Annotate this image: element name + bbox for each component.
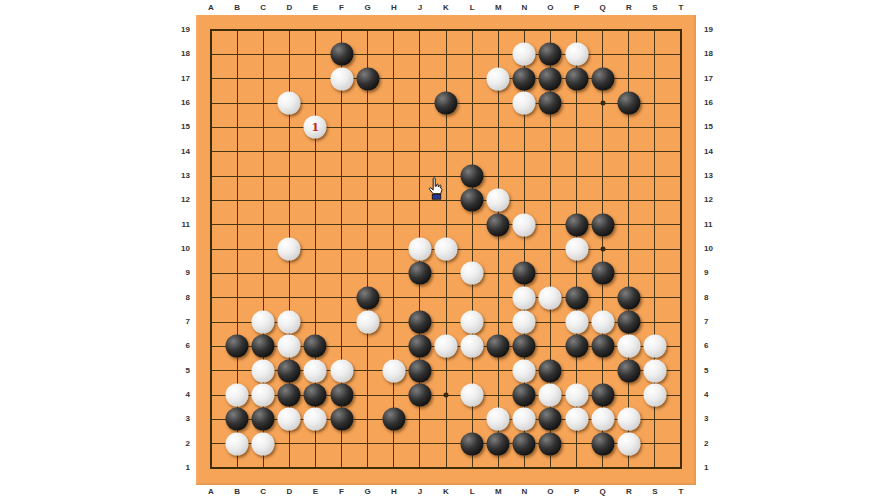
stone-white-L4: [461, 384, 484, 407]
stone-black-Q11: [591, 213, 614, 236]
stone-white-D10: [278, 238, 301, 261]
stone-white-L7: [461, 311, 484, 334]
stone-black-Q2: [591, 432, 614, 455]
stone-black-C3: [252, 408, 275, 431]
stone-white-P10: [565, 238, 588, 261]
star-point: [444, 393, 449, 398]
coordinate-label: 8: [168, 293, 190, 303]
stone-black-O18: [539, 43, 562, 66]
coordinate-label: G: [365, 487, 371, 497]
coordinate-label: F: [339, 3, 344, 13]
stone-white-G7: [356, 311, 379, 334]
coordinate-label: 13: [704, 171, 726, 181]
stone-white-F17: [330, 67, 353, 90]
coordinate-label: G: [365, 3, 371, 13]
coordinate-label: 10: [168, 244, 190, 254]
stone-black-P11: [565, 213, 588, 236]
coordinate-label: 5: [168, 366, 190, 376]
coordinate-label: 17: [704, 74, 726, 84]
stone-white-E3: [304, 408, 327, 431]
stone-white-E5: [304, 359, 327, 382]
coordinate-label: 9: [168, 268, 190, 278]
coordinate-label: N: [521, 3, 527, 13]
coordinate-label: H: [391, 3, 397, 13]
coordinate-label: 2: [168, 439, 190, 449]
coordinate-label: 3: [704, 414, 726, 424]
go-board[interactable]: 1: [196, 15, 696, 485]
coordinate-label: 9: [704, 268, 726, 278]
stone-black-O3: [539, 408, 562, 431]
coordinate-label: T: [679, 487, 684, 497]
coordinate-label: 7: [704, 317, 726, 327]
stone-black-G8: [356, 286, 379, 309]
stone-white-D3: [278, 408, 301, 431]
stone-black-Q6: [591, 335, 614, 358]
stone-black-E4: [304, 384, 327, 407]
stone-black-N9: [513, 262, 536, 285]
coordinate-label: 6: [704, 341, 726, 351]
stone-white-D16: [278, 92, 301, 115]
stone-white-S5: [643, 359, 666, 382]
coordinate-label: 11: [704, 220, 726, 230]
stone-black-R5: [617, 359, 640, 382]
stone-white-L9: [461, 262, 484, 285]
stone-white-D6: [278, 335, 301, 358]
stone-black-K16: [435, 92, 458, 115]
stone-white-O4: [539, 384, 562, 407]
stone-white-O8: [539, 286, 562, 309]
stone-white-L6: [461, 335, 484, 358]
coordinate-label: 2: [704, 439, 726, 449]
coordinate-label: E: [313, 487, 318, 497]
coordinate-label: R: [626, 3, 632, 13]
stone-black-B6: [226, 335, 249, 358]
coordinate-label: 14: [704, 147, 726, 157]
coordinate-label: 1: [704, 463, 726, 473]
stone-white-M12: [487, 189, 510, 212]
stone-black-P6: [565, 335, 588, 358]
coordinate-label: S: [652, 487, 657, 497]
coordinate-label: 1: [168, 463, 190, 473]
stone-white-Q7: [591, 311, 614, 334]
stone-white-K6: [435, 335, 458, 358]
stone-white-P3: [565, 408, 588, 431]
coordinate-label: M: [495, 3, 502, 13]
stone-white-F5: [330, 359, 353, 382]
coordinate-label: R: [626, 487, 632, 497]
app-canvas: 1 ABCDEFGHJKLMNOPQRST ABCDEFGHJKLMNOPQRS…: [0, 0, 891, 500]
coordinate-label: E: [313, 3, 318, 13]
coordinate-label: 7: [168, 317, 190, 327]
stone-black-J9: [408, 262, 431, 285]
stone-white-C2: [252, 432, 275, 455]
coordinate-label: 16: [168, 98, 190, 108]
coordinate-label: K: [443, 3, 449, 13]
stone-black-M2: [487, 432, 510, 455]
stone-black-O16: [539, 92, 562, 115]
coordinate-label: C: [260, 487, 266, 497]
stone-white-N5: [513, 359, 536, 382]
stone-black-B3: [226, 408, 249, 431]
stone-black-O5: [539, 359, 562, 382]
coordinate-label: C: [260, 3, 266, 13]
stone-black-R16: [617, 92, 640, 115]
coordinate-label: N: [521, 487, 527, 497]
stone-black-C6: [252, 335, 275, 358]
coordinate-label: 3: [168, 414, 190, 424]
stone-white-J10: [408, 238, 431, 261]
coordinate-label: K: [443, 487, 449, 497]
stone-white-E15: 1: [304, 116, 327, 139]
coordinate-label: 13: [168, 171, 190, 181]
stone-black-N6: [513, 335, 536, 358]
stone-white-S4: [643, 384, 666, 407]
stone-white-B4: [226, 384, 249, 407]
coordinate-label: L: [470, 3, 475, 13]
stone-black-M6: [487, 335, 510, 358]
stone-white-K10: [435, 238, 458, 261]
stone-black-P17: [565, 67, 588, 90]
stone-black-J6: [408, 335, 431, 358]
stone-black-O17: [539, 67, 562, 90]
coordinate-label: 19: [168, 25, 190, 35]
stone-white-C4: [252, 384, 275, 407]
stone-black-D5: [278, 359, 301, 382]
stone-white-P18: [565, 43, 588, 66]
coordinate-label: F: [339, 487, 344, 497]
coordinate-label: 8: [704, 293, 726, 303]
coordinate-label: P: [574, 3, 579, 13]
stone-black-L12: [461, 189, 484, 212]
coordinate-label: 5: [704, 366, 726, 376]
stone-black-N4: [513, 384, 536, 407]
stone-black-R7: [617, 311, 640, 334]
stone-white-N18: [513, 43, 536, 66]
coordinate-label: 10: [704, 244, 726, 254]
coordinate-label: 18: [704, 49, 726, 59]
stone-white-D7: [278, 311, 301, 334]
coordinate-label: H: [391, 487, 397, 497]
coordinate-label: 14: [168, 147, 190, 157]
stone-black-J7: [408, 311, 431, 334]
coordinate-label: Q: [600, 487, 606, 497]
stone-black-Q17: [591, 67, 614, 90]
stone-white-B2: [226, 432, 249, 455]
stone-black-R8: [617, 286, 640, 309]
coordinate-label: 12: [704, 195, 726, 205]
coordinate-label: B: [234, 487, 240, 497]
coordinate-label: 18: [168, 49, 190, 59]
stone-white-C5: [252, 359, 275, 382]
stone-white-M3: [487, 408, 510, 431]
coordinate-label: P: [574, 487, 579, 497]
move-number-label: 1: [312, 121, 320, 132]
stone-black-Q9: [591, 262, 614, 285]
stone-black-F4: [330, 384, 353, 407]
stone-white-Q3: [591, 408, 614, 431]
coordinate-label: Q: [600, 3, 606, 13]
stone-white-P7: [565, 311, 588, 334]
stone-white-R3: [617, 408, 640, 431]
coordinate-label: 4: [168, 390, 190, 400]
stone-white-R6: [617, 335, 640, 358]
stone-white-C7: [252, 311, 275, 334]
coordinate-label: 6: [168, 341, 190, 351]
stone-black-P8: [565, 286, 588, 309]
stone-black-M11: [487, 213, 510, 236]
stone-black-F18: [330, 43, 353, 66]
coordinate-label: 4: [704, 390, 726, 400]
coordinate-label: J: [418, 487, 422, 497]
stone-black-H3: [382, 408, 405, 431]
star-point: [600, 101, 605, 106]
stone-black-N17: [513, 67, 536, 90]
stone-black-J4: [408, 384, 431, 407]
stone-black-N2: [513, 432, 536, 455]
coordinate-label: 19: [704, 25, 726, 35]
stone-white-N11: [513, 213, 536, 236]
coordinate-label: 15: [704, 122, 726, 132]
coordinate-label: 11: [168, 220, 190, 230]
stone-black-F3: [330, 408, 353, 431]
stone-black-G17: [356, 67, 379, 90]
stone-black-L2: [461, 432, 484, 455]
coordinate-label: D: [286, 487, 292, 497]
stone-black-Q4: [591, 384, 614, 407]
coordinate-label: O: [547, 3, 553, 13]
stone-white-N16: [513, 92, 536, 115]
stone-black-O2: [539, 432, 562, 455]
coordinate-label: M: [495, 487, 502, 497]
coordinate-label: 15: [168, 122, 190, 132]
coordinate-label: O: [547, 487, 553, 497]
stone-white-M17: [487, 67, 510, 90]
stone-white-S6: [643, 335, 666, 358]
coordinate-label: B: [234, 3, 240, 13]
stone-white-H5: [382, 359, 405, 382]
coordinate-label: S: [652, 3, 657, 13]
stone-white-R2: [617, 432, 640, 455]
stone-white-N8: [513, 286, 536, 309]
stone-black-J5: [408, 359, 431, 382]
coordinate-label: J: [418, 3, 422, 13]
stone-black-D4: [278, 384, 301, 407]
coordinate-label: D: [286, 3, 292, 13]
coordinate-label: T: [679, 3, 684, 13]
stone-white-P4: [565, 384, 588, 407]
coordinate-label: A: [208, 487, 214, 497]
coordinate-label: A: [208, 3, 214, 13]
coordinate-label: L: [470, 487, 475, 497]
stone-white-N3: [513, 408, 536, 431]
stone-white-N7: [513, 311, 536, 334]
star-point: [600, 247, 605, 252]
coordinate-label: 17: [168, 74, 190, 84]
stone-black-E6: [304, 335, 327, 358]
stone-black-L13: [461, 165, 484, 188]
coordinate-label: 12: [168, 195, 190, 205]
coordinate-label: 16: [704, 98, 726, 108]
